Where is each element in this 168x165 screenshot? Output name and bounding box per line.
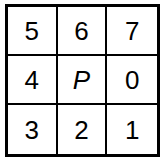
cell-r2c3[interactable]: 0 <box>107 56 157 105</box>
cell-r1c2[interactable]: 6 <box>58 7 108 56</box>
cell-r2c1[interactable]: 4 <box>8 56 58 105</box>
cell-r1c1[interactable]: 5 <box>8 7 58 56</box>
cell-r1c3[interactable]: 7 <box>107 7 157 56</box>
cell-r3c2[interactable]: 2 <box>58 105 108 154</box>
cell-r3c1[interactable]: 3 <box>8 105 58 154</box>
puzzle-grid: 5 6 7 4 P 0 3 2 1 <box>5 4 160 157</box>
cell-r3c3[interactable]: 1 <box>107 105 157 154</box>
cell-r2c2[interactable]: P <box>58 56 108 105</box>
puzzle-screenshot: 5 6 7 4 P 0 3 2 1 <box>0 0 168 165</box>
